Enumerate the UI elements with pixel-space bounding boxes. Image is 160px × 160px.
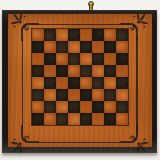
square-r2c7[interactable] — [104, 41, 116, 53]
square-r1c6[interactable] — [92, 29, 104, 41]
square-r2c8[interactable] — [116, 41, 128, 53]
border-line-bottom — [30, 142, 130, 144]
square-r1c1[interactable] — [32, 29, 44, 41]
square-r5c1[interactable] — [32, 77, 44, 89]
square-r8c2[interactable] — [44, 113, 56, 125]
square-r4c2[interactable] — [44, 65, 56, 77]
square-r5c5[interactable] — [80, 77, 92, 89]
square-r1c5[interactable] — [80, 29, 92, 41]
square-r6c3[interactable] — [56, 89, 68, 101]
square-r6c2[interactable] — [44, 89, 56, 101]
square-r4c3[interactable] — [56, 65, 68, 77]
square-r7c5[interactable] — [80, 101, 92, 113]
square-r4c7[interactable] — [104, 65, 116, 77]
square-r7c1[interactable] — [32, 101, 44, 113]
square-r3c7[interactable] — [104, 53, 116, 65]
board-field — [8, 14, 152, 147]
square-r3c8[interactable] — [116, 53, 128, 65]
square-r8c1[interactable] — [32, 113, 44, 125]
square-r3c4[interactable] — [68, 53, 80, 65]
photo-background — [0, 0, 160, 160]
corner-ornament-bottom-right-icon — [120, 125, 150, 155]
square-r1c3[interactable] — [56, 29, 68, 41]
square-r6c5[interactable] — [80, 89, 92, 101]
square-r4c1[interactable] — [32, 65, 44, 77]
square-r6c7[interactable] — [104, 89, 116, 101]
square-r2c2[interactable] — [44, 41, 56, 53]
square-r7c2[interactable] — [44, 101, 56, 113]
square-r7c4[interactable] — [68, 101, 80, 113]
square-r4c4[interactable] — [68, 65, 80, 77]
square-r5c6[interactable] — [92, 77, 104, 89]
square-r4c8[interactable] — [116, 65, 128, 77]
square-r5c7[interactable] — [104, 77, 116, 89]
checkerboard — [31, 28, 129, 126]
square-r2c1[interactable] — [32, 41, 44, 53]
square-r7c8[interactable] — [116, 101, 128, 113]
square-r8c3[interactable] — [56, 113, 68, 125]
square-r6c1[interactable] — [32, 89, 44, 101]
game-board — [2, 10, 157, 153]
square-r5c2[interactable] — [44, 77, 56, 89]
square-r5c3[interactable] — [56, 77, 68, 89]
square-r1c2[interactable] — [44, 29, 56, 41]
square-r2c4[interactable] — [68, 41, 80, 53]
square-r1c8[interactable] — [116, 29, 128, 41]
square-r3c1[interactable] — [32, 53, 44, 65]
square-r7c6[interactable] — [92, 101, 104, 113]
square-r3c3[interactable] — [56, 53, 68, 65]
square-r1c7[interactable] — [104, 29, 116, 41]
square-r5c8[interactable] — [116, 77, 128, 89]
square-r7c3[interactable] — [56, 101, 68, 113]
square-r8c5[interactable] — [80, 113, 92, 125]
square-r2c6[interactable] — [92, 41, 104, 53]
square-r3c6[interactable] — [92, 53, 104, 65]
square-r8c7[interactable] — [104, 113, 116, 125]
square-r5c4[interactable] — [68, 77, 80, 89]
border-line-top — [30, 24, 130, 26]
square-r3c2[interactable] — [44, 53, 56, 65]
square-r4c5[interactable] — [80, 65, 92, 77]
square-r2c5[interactable] — [80, 41, 92, 53]
square-r6c6[interactable] — [92, 89, 104, 101]
square-r2c3[interactable] — [56, 41, 68, 53]
square-r8c6[interactable] — [92, 113, 104, 125]
border-line-right — [136, 36, 138, 134]
square-r8c8[interactable] — [116, 113, 128, 125]
square-r6c4[interactable] — [68, 89, 80, 101]
square-r6c8[interactable] — [116, 89, 128, 101]
square-r3c5[interactable] — [80, 53, 92, 65]
square-r4c6[interactable] — [92, 65, 104, 77]
square-r1c4[interactable] — [68, 29, 80, 41]
square-r8c4[interactable] — [68, 113, 80, 125]
square-r7c7[interactable] — [104, 101, 116, 113]
corner-ornament-bottom-left-icon — [9, 125, 39, 155]
border-line-left — [22, 36, 24, 134]
